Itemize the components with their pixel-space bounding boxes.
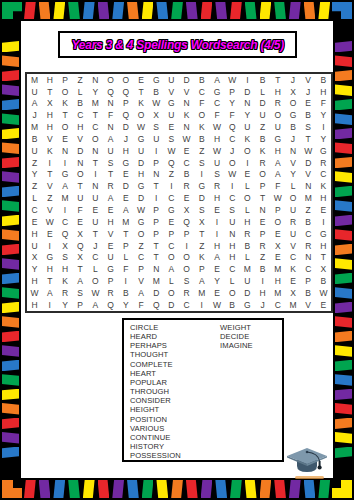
border-segment [39,2,51,19]
grid-cell: V [164,86,179,98]
border-segment [201,480,213,498]
border-segment [215,480,227,498]
grid-cell: A [194,275,209,287]
grid-cell: M [118,216,133,228]
grid-cell: V [103,228,118,240]
word-list-item: CONTINUE [130,433,181,442]
border-segment [335,345,352,356]
grid-cell: P [149,228,164,240]
grid-cell: H [209,133,224,145]
grid-cell: T [316,252,331,264]
grid-cell: V [42,133,57,145]
grid-cell: A [27,98,42,110]
grid-cell: S [179,275,194,287]
grid-cell: O [88,133,103,145]
grid-cell: G [133,181,148,193]
border-segment [335,70,352,81]
grid-cell: K [133,98,148,110]
grid-cell: E [209,204,224,216]
word-list-item: CIRCLE [130,323,181,332]
grid-cell: C [301,264,316,276]
border-segment [230,2,242,19]
grid-cell: H [316,86,331,98]
grid-cell: D [301,157,316,169]
grid-cell: T [73,181,88,193]
grid-cell: E [316,204,331,216]
grid-cell: B [255,264,270,276]
grid-cell: C [209,98,224,110]
grid-cell: S [194,204,209,216]
border-segment [112,480,124,498]
grid-cell: F [133,299,148,311]
grid-cell: N [179,121,194,133]
rainbow-border-left [0,21,21,478]
grid-cell: E [270,228,285,240]
border-segment [127,480,139,498]
border-segment [318,2,330,19]
grid-cell: O [240,145,255,157]
wordsearch-grid: MHPZNOOEGUDBAWIBTJVBUTOLYQQTBVVCGPDLHXJH… [25,72,333,313]
grid-cell: G [209,86,224,98]
border-segment [335,84,352,95]
grid-cell: L [225,275,240,287]
border-segment [335,157,352,168]
grid-cell: U [240,121,255,133]
grid-cell: X [27,252,42,264]
border-segment [24,480,36,498]
grid-cell: I [194,299,209,311]
grid-cell: R [285,216,300,228]
grid-cell: I [240,74,255,86]
grid-cell: C [57,216,72,228]
grid-cell: O [103,74,118,86]
grid-cell: J [225,145,240,157]
grid-cell: T [57,110,72,122]
border-segment [2,345,19,356]
grid-cell: D [118,181,133,193]
grid-cell: P [118,240,133,252]
border-segment [335,316,352,327]
grid-cell: T [103,169,118,181]
border-segment [171,2,183,19]
grid-cell: G [42,252,57,264]
grid-cell: A [88,299,103,311]
border-segment [39,480,51,498]
border-segment [335,55,352,66]
grid-cell: Z [42,193,57,205]
grid-cell: E [42,228,57,240]
grid-cell: E [57,133,72,145]
border-segment [2,316,19,327]
grid-cell: O [270,110,285,122]
grid-cell: B [194,74,209,86]
grid-cell: S [164,133,179,145]
border-segment [2,215,19,226]
grid-cell: V [42,204,57,216]
grid-cell: H [42,110,57,122]
grid-cell: G [316,145,331,157]
grid-cell: U [164,110,179,122]
grid-cell: E [118,193,133,205]
grid-cell: H [240,216,255,228]
grid-cell: N [285,145,300,157]
grid-cell: W [179,133,194,145]
grid-cell: N [301,252,316,264]
grid-cell: S [194,157,209,169]
grid-cell: E [240,169,255,181]
grid-cell: O [179,252,194,264]
grid-cell: C [225,133,240,145]
grid-cell: C [164,193,179,205]
grid-cell: G [118,157,133,169]
border-segment [2,244,19,255]
grid-cell: P [133,264,148,276]
grid-cell: G [164,204,179,216]
grid-cell: E [301,98,316,110]
border-segment [335,331,352,342]
border-segment [245,2,257,19]
border-segment [335,142,352,153]
grid-cell: Q [179,216,194,228]
grid-cell: K [255,145,270,157]
grid-cell: L [88,264,103,276]
grid-cell: U [27,240,42,252]
grid-cell: I [57,204,72,216]
grid-cell: T [133,86,148,98]
grid-cell: A [42,287,57,299]
grid-cell: X [73,228,88,240]
grid-cell: G [285,110,300,122]
grid-cell: T [88,157,103,169]
grid-cell: I [316,216,331,228]
grid-cell: T [301,133,316,145]
grid-cell: W [209,299,224,311]
grid-cell: Z [27,157,42,169]
grid-cell: X [285,287,300,299]
grid-cell: F [270,181,285,193]
grid-cell: H [270,86,285,98]
word-list-item: WEIGHT [220,323,253,332]
grid-cell: J [27,110,42,122]
grid-cell: O [285,193,300,205]
grid-cell: B [118,287,133,299]
grid-cell: H [57,264,72,276]
grid-cell: W [164,145,179,157]
grid-cell: Z [194,145,209,157]
grid-cell: D [240,287,255,299]
grid-cell: O [270,216,285,228]
grid-cell: I [240,157,255,169]
grid-cell: U [149,133,164,145]
word-list-item: PERHAPS [130,341,181,350]
border-segment [335,302,352,313]
grid-cell: O [240,193,255,205]
border-segment [2,403,19,414]
grid-cell: X [179,204,194,216]
word-list-item: IMAGINE [220,341,253,350]
grid-cell: I [209,228,224,240]
grid-cell: C [179,157,194,169]
grid-cell: I [149,145,164,157]
border-segment [2,55,19,66]
watermark [295,476,324,479]
grid-cell: L [73,86,88,98]
grid-cell: R [179,181,194,193]
grid-cell: J [301,86,316,98]
border-segment [335,418,352,429]
grid-cell: T [73,264,88,276]
grid-cell: Y [225,98,240,110]
border-segment [24,2,36,19]
grid-cell: R [255,157,270,169]
grid-cell: H [270,275,285,287]
word-list-item: COMPLETE [130,360,181,369]
grid-cell: N [88,181,103,193]
grid-cell: P [73,299,88,311]
word-list-item: CONSIDER [130,396,181,405]
border-segment [335,447,352,458]
grid-cell: E [209,287,224,299]
grid-cell: H [27,299,42,311]
grid-cell: H [118,145,133,157]
grid-cell: X [285,86,300,98]
grid-cell: U [88,193,103,205]
grid-cell: P [270,204,285,216]
border-segment [186,2,198,19]
grid-cell: V [133,275,148,287]
grid-cell: I [118,275,133,287]
grid-cell: E [133,74,148,86]
grid-cell: F [194,98,209,110]
grid-cell: N [179,98,194,110]
grid-cell: Z [255,121,270,133]
grid-cell: F [316,98,331,110]
grid-cell: N [149,264,164,276]
grid-cell: M [285,299,300,311]
grid-cell: E [103,240,118,252]
grid-cell: D [133,193,148,205]
word-list-item: THROUGH [130,387,181,396]
grid-cell: I [255,275,270,287]
grid-cell: T [149,181,164,193]
grid-cell: T [255,193,270,205]
border-segment [98,480,110,498]
grid-cell: O [285,98,300,110]
grid-cell: H [209,193,224,205]
border-segment [2,287,19,298]
grid-cell: R [103,287,118,299]
grid-cell: L [118,252,133,264]
grid-cell: R [57,287,72,299]
grid-cell: B [255,74,270,86]
border-segment [335,171,352,182]
grid-cell: H [316,193,331,205]
border-segment [304,2,316,19]
grid-cell: N [255,204,270,216]
grid-cell: B [301,110,316,122]
grid-cell: O [255,169,270,181]
grid-cell: V [42,181,57,193]
border-segment [201,2,213,19]
border-segment [2,229,19,240]
grid-cell: O [164,287,179,299]
grid-cell: E [88,204,103,216]
border-segment [2,128,19,139]
border-segment [335,360,352,371]
border-segment [2,374,19,385]
grid-cell: Q [103,299,118,311]
grid-cell: T [42,275,57,287]
grid-cell: H [27,275,42,287]
grid-cell: U [27,86,42,98]
border-segment [2,99,19,110]
grid-cell: I [209,216,224,228]
grid-cell: P [164,228,179,240]
grid-cell: K [42,145,57,157]
grid-cell: Y [88,86,103,98]
grid-cell: B [179,169,194,181]
grid-cell: Q [103,86,118,98]
grid-cell: F [73,204,88,216]
grid-cell: K [316,181,331,193]
grid-cell: P [149,157,164,169]
grid-cell: N [88,74,103,86]
border-segment [127,2,139,19]
grid-cell: A [57,181,72,193]
border-segment [335,186,352,197]
word-list-item: HEARD [130,332,181,341]
graduation-cap-icon [283,443,331,483]
grid-cell: A [133,287,148,299]
grid-cell: U [73,193,88,205]
grid-cell: P [149,204,164,216]
grid-cell: V [285,240,300,252]
grid-cell: B [73,98,88,110]
grid-cell: J [88,240,103,252]
grid-cell: L [255,86,270,98]
border-segment [142,480,154,498]
grid-cell: J [118,133,133,145]
border-segment [2,142,19,153]
grid-cell: G [133,133,148,145]
grid-cell: B [316,275,331,287]
grid-cell: B [255,133,270,145]
border-segment [2,273,19,284]
grid-cell: O [133,228,148,240]
grid-cell: B [301,216,316,228]
grid-cell: W [149,98,164,110]
grid-cell: B [27,133,42,145]
grid-cell: P [57,74,72,86]
grid-cell: C [301,228,316,240]
grid-cell: X [316,264,331,276]
border-segment [2,302,19,313]
grid-cell: Y [285,169,300,181]
grid-cell: H [225,252,240,264]
grid-cell: L [240,252,255,264]
grid-cell: W [27,287,42,299]
grid-cell: C [316,169,331,181]
grid-cell: T [88,228,103,240]
grid-cell: I [149,193,164,205]
grid-cell: A [103,193,118,205]
grid-cell: Y [27,264,42,276]
grid-cell: R [301,240,316,252]
word-list-box: CIRCLEHEARDPERHAPSTHOUGHTCOMPLETEHEARTPO… [122,318,284,462]
border-segment [83,480,95,498]
grid-cell: N [73,157,88,169]
grid-cell: Y [240,110,255,122]
grid-cell: K [194,121,209,133]
grid-cell: H [27,228,42,240]
grid-cell: I [42,240,57,252]
grid-cell: E [73,216,88,228]
grid-cell: P [118,98,133,110]
grid-cell: V [179,86,194,98]
grid-cell: Q [57,228,72,240]
border-segment [2,432,19,443]
border-segment [335,128,352,139]
grid-cell: S [73,287,88,299]
grid-cell: C [88,121,103,133]
grid-cell: Q [164,157,179,169]
grid-cell: I [194,169,209,181]
grid-cell: S [301,121,316,133]
grid-cell: T [270,74,285,86]
grid-cell: T [42,86,57,98]
page-title: Years 3 & 4 Spellings Wordsearch (4/5) [71,37,284,52]
grid-cell: M [27,74,42,86]
border-segment [53,480,65,498]
grid-cell: M [88,98,103,110]
grid-cell: X [73,252,88,264]
grid-cell: K [57,275,72,287]
grid-cell: U [285,204,300,216]
border-segment [335,113,352,124]
border-segment [335,41,352,52]
grid-cell: D [255,98,270,110]
grid-cell: H [103,216,118,228]
grid-cell: B [194,133,209,145]
grid-cell: G [149,74,164,86]
grid-cell: L [240,181,255,193]
grid-cell: O [118,74,133,86]
grid-cell: E [27,216,42,228]
grid-cell: Z [301,204,316,216]
word-list-item: THOUGHT [130,350,181,359]
grid-cell: R [179,287,194,299]
grid-cell: Q [118,110,133,122]
grid-cell: Q [73,240,88,252]
border-segment [260,2,272,19]
border-corner-top-left [0,0,24,21]
grid-cell: U [270,121,285,133]
grid-cell: U [225,216,240,228]
border-segment [2,171,19,182]
grid-cell: W [209,145,224,157]
grid-cell: S [103,157,118,169]
border-segment [274,2,286,19]
grid-cell: C [179,299,194,311]
grid-cell: M [27,121,42,133]
grid-cell: J [285,133,300,145]
grid-cell: A [164,264,179,276]
grid-cell: Z [73,74,88,86]
grid-cell: W [301,145,316,157]
grid-cell: W [316,287,331,299]
word-list-column-1: CIRCLEHEARDPERHAPSTHOUGHTCOMPLETEHEARTPO… [130,323,181,460]
grid-cell: Q [149,299,164,311]
